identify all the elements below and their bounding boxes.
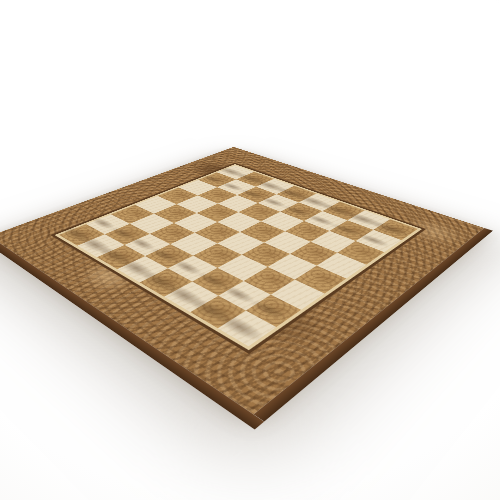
chess-board: ♜♞♟♝♟♛♟♚♟♝♟♞♟♟♜♟♟♜♟♟♞♟♝♟♛♟♚♟♝♟♞♜ (0, 147, 484, 415)
pawn-glyph: ♟ (350, 182, 407, 246)
rook-glyph: ♜ (204, 239, 290, 335)
photo-scene: ♜♞♟♝♟♛♟♚♟♝♟♞♟♟♜♟♟♜♟♟♞♟♝♟♛♟♚♟♝♟♞♜ (0, 0, 500, 500)
